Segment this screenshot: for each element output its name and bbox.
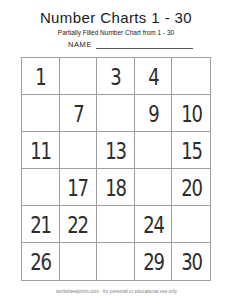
grid-cell-r5c1: 21: [22, 206, 60, 243]
cell-number: 29: [143, 248, 164, 275]
grid-cell-r1c5[interactable]: [172, 58, 210, 95]
grid-cell-r5c2: 22: [60, 206, 98, 243]
grid-cell-r1c3: 3: [97, 58, 135, 95]
grid-cell-r3c1: 11: [22, 132, 60, 169]
grid-cell-r4c2: 17: [60, 169, 98, 206]
cell-number: 15: [181, 137, 202, 164]
grid-cell-r3c2[interactable]: [60, 132, 98, 169]
grid-cell-r2c3[interactable]: [97, 95, 135, 132]
footer-credit-text: worksheetprints.com - for personal or ed…: [56, 289, 177, 294]
footer-credit: worksheetprints.com - for personal or ed…: [0, 283, 232, 300]
grid-cell-r4c5: 20: [172, 169, 210, 206]
grid-cell-r5c4: 24: [135, 206, 173, 243]
grid-cell-r3c4[interactable]: [135, 132, 173, 169]
page-title: Number Charts 1 - 30: [0, 0, 232, 26]
grid-cell-r4c1[interactable]: [22, 169, 60, 206]
cell-number: 20: [181, 174, 202, 201]
grid-cell-r6c2[interactable]: [60, 243, 98, 280]
cell-number: 1: [35, 63, 45, 90]
grid-cell-r6c1: 26: [22, 243, 60, 280]
cell-number: 11: [30, 137, 51, 164]
cell-number: 17: [68, 174, 89, 201]
grid-cell-r6c4: 29: [135, 243, 173, 280]
cell-number: 30: [181, 248, 202, 275]
grid-cell-r1c4: 4: [135, 58, 173, 95]
grid-cell-r4c4[interactable]: [135, 169, 173, 206]
grid-cell-r2c4: 9: [135, 95, 173, 132]
grid-cell-r5c5[interactable]: [172, 206, 210, 243]
grid-cell-r6c3[interactable]: [97, 243, 135, 280]
cell-number: 13: [105, 137, 126, 164]
grid-cell-r2c1[interactable]: [22, 95, 60, 132]
cell-number: 18: [105, 174, 126, 201]
cell-number: 7: [73, 100, 83, 127]
cell-number: 3: [110, 63, 120, 90]
page-subtitle: Partially Filled Number Chart from 1 - 3…: [0, 29, 232, 36]
name-input-line[interactable]: [96, 40, 193, 49]
cell-number: 22: [68, 211, 89, 238]
grid-cell-r1c1: 1: [22, 58, 60, 95]
name-label: NAME: [68, 40, 92, 49]
grid-cell-r2c2: 7: [60, 95, 98, 132]
cell-number: 4: [148, 63, 158, 90]
cell-number: 26: [30, 248, 51, 275]
cell-number: 9: [148, 100, 158, 127]
grid-cell-r4c3: 18: [97, 169, 135, 206]
cell-number: 10: [181, 100, 202, 127]
grid-cell-r2c5: 10: [172, 95, 210, 132]
grid-cell-r3c3: 13: [97, 132, 135, 169]
worksheet-page: Number Charts 1 - 30 Partially Filled Nu…: [0, 0, 232, 36]
cell-number: 21: [30, 211, 51, 238]
grid-cell-r5c3[interactable]: [97, 206, 135, 243]
cell-number: 24: [143, 211, 164, 238]
grid-cell-r1c2[interactable]: [60, 58, 98, 95]
number-grid: 1347910111315171820212224262930: [21, 57, 211, 281]
grid-cell-r6c5: 30: [172, 243, 210, 280]
grid-cell-r3c5: 15: [172, 132, 210, 169]
name-row: NAME: [68, 40, 193, 49]
